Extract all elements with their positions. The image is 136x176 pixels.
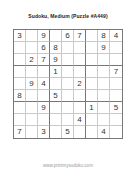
cell-r3c3-given[interactable]: 7 xyxy=(38,54,50,66)
cell-r4c5-empty[interactable] xyxy=(62,66,74,78)
cell-r7c4-empty[interactable] xyxy=(50,102,62,114)
cell-r5c3-given[interactable]: 4 xyxy=(38,78,50,90)
cell-r2c2-empty[interactable] xyxy=(26,42,38,54)
cell-r8c2-empty[interactable] xyxy=(26,114,38,126)
cell-r9c6-empty[interactable] xyxy=(74,126,86,138)
cell-r6c9-empty[interactable] xyxy=(110,90,122,102)
cell-r1c9-given[interactable]: 4 xyxy=(110,30,122,42)
cell-r1c2-empty[interactable] xyxy=(26,30,38,42)
cell-r2c4-given[interactable]: 8 xyxy=(50,42,62,54)
cell-r6c2-empty[interactable] xyxy=(26,90,38,102)
sudoku-page: Sudoku, Medium (Puzzle #A449) 3967846892… xyxy=(0,0,136,176)
cell-r2c1-empty[interactable] xyxy=(14,42,26,54)
cell-r3c7-empty[interactable] xyxy=(86,54,98,66)
cell-r6c7-empty[interactable] xyxy=(86,90,98,102)
cell-r3c8-empty[interactable] xyxy=(98,54,110,66)
cell-r4c9-given[interactable]: 7 xyxy=(110,66,122,78)
cell-r6c3-empty[interactable] xyxy=(38,90,50,102)
cell-r3c2-given[interactable]: 2 xyxy=(26,54,38,66)
cell-r3c1-empty[interactable] xyxy=(14,54,26,66)
cell-r5c5-empty[interactable] xyxy=(62,78,74,90)
cell-r1c6-given[interactable]: 7 xyxy=(74,30,86,42)
cell-r3c6-empty[interactable] xyxy=(74,54,86,66)
cell-r1c1-given[interactable]: 3 xyxy=(14,30,26,42)
cell-r4c7-empty[interactable] xyxy=(86,66,98,78)
cell-r2c6-empty[interactable] xyxy=(74,42,86,54)
cell-r4c1-empty[interactable] xyxy=(14,66,26,78)
cell-r5c2-given[interactable]: 9 xyxy=(26,78,38,90)
cell-r5c7-empty[interactable] xyxy=(86,78,98,90)
cell-r5c9-empty[interactable] xyxy=(110,78,122,90)
cell-r9c5-given[interactable]: 5 xyxy=(62,126,74,138)
cell-r6c4-given[interactable]: 5 xyxy=(50,90,62,102)
cell-r7c1-empty[interactable] xyxy=(14,102,26,114)
cell-r2c9-empty[interactable] xyxy=(110,42,122,54)
cell-r5c4-empty[interactable] xyxy=(50,78,62,90)
cell-r7c9-given[interactable]: 5 xyxy=(110,102,122,114)
cell-r3c5-empty[interactable] xyxy=(62,54,74,66)
cell-r4c8-empty[interactable] xyxy=(98,66,110,78)
cell-r5c8-empty[interactable] xyxy=(98,78,110,90)
cell-r8c1-empty[interactable] xyxy=(14,114,26,126)
cell-r9c8-given[interactable]: 4 xyxy=(98,126,110,138)
cell-r9c3-given[interactable]: 3 xyxy=(38,126,50,138)
cell-r9c9-empty[interactable] xyxy=(110,126,122,138)
cell-r4c6-empty[interactable] xyxy=(74,66,86,78)
cell-r6c5-empty[interactable] xyxy=(62,90,74,102)
cell-r9c2-empty[interactable] xyxy=(26,126,38,138)
cell-r8c5-empty[interactable] xyxy=(62,114,74,126)
cell-r6c1-given[interactable]: 8 xyxy=(14,90,26,102)
cell-r7c5-empty[interactable] xyxy=(62,102,74,114)
cell-r7c7-given[interactable]: 1 xyxy=(86,102,98,114)
cell-r5c1-empty[interactable] xyxy=(14,78,26,90)
cell-r8c3-empty[interactable] xyxy=(38,114,50,126)
cell-r1c8-given[interactable]: 8 xyxy=(98,30,110,42)
cell-r9c7-empty[interactable] xyxy=(86,126,98,138)
sudoku-board: 396784689279179428591547354 xyxy=(13,29,123,139)
cell-r3c9-empty[interactable] xyxy=(110,54,122,66)
cell-r2c5-empty[interactable] xyxy=(62,42,74,54)
cell-r8c7-empty[interactable] xyxy=(86,114,98,126)
cell-r3c4-given[interactable]: 9 xyxy=(50,54,62,66)
cell-r7c8-empty[interactable] xyxy=(98,102,110,114)
cell-r2c7-empty[interactable] xyxy=(86,42,98,54)
cell-r8c4-empty[interactable] xyxy=(50,114,62,126)
cell-r9c1-given[interactable]: 7 xyxy=(14,126,26,138)
cell-r2c3-given[interactable]: 6 xyxy=(38,42,50,54)
cell-r8c6-given[interactable]: 4 xyxy=(74,114,86,126)
cell-r1c5-given[interactable]: 6 xyxy=(62,30,74,42)
cell-r8c9-empty[interactable] xyxy=(110,114,122,126)
page-title: Sudoku, Medium (Puzzle #A449) xyxy=(0,13,136,19)
cell-r6c8-empty[interactable] xyxy=(98,90,110,102)
cell-r2c8-given[interactable]: 9 xyxy=(98,42,110,54)
cell-r7c2-empty[interactable] xyxy=(26,102,38,114)
cell-r4c3-empty[interactable] xyxy=(38,66,50,78)
cell-r6c6-empty[interactable] xyxy=(74,90,86,102)
cell-r1c7-empty[interactable] xyxy=(86,30,98,42)
cell-r9c4-empty[interactable] xyxy=(50,126,62,138)
cell-r8c8-empty[interactable] xyxy=(98,114,110,126)
cell-r1c3-given[interactable]: 9 xyxy=(38,30,50,42)
cell-r1c4-empty[interactable] xyxy=(50,30,62,42)
cell-r4c4-given[interactable]: 1 xyxy=(50,66,62,78)
cell-r7c6-empty[interactable] xyxy=(74,102,86,114)
cell-r4c2-empty[interactable] xyxy=(26,66,38,78)
footer-url: www.printmysudoku.com xyxy=(0,163,136,168)
cell-r5c6-given[interactable]: 2 xyxy=(74,78,86,90)
cell-r7c3-given[interactable]: 9 xyxy=(38,102,50,114)
